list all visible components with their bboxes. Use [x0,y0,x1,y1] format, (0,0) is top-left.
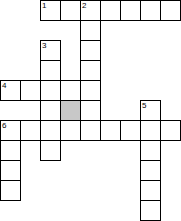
crossword-cell[interactable] [20,120,41,141]
crossword-cell[interactable] [80,80,101,101]
crossword-cell[interactable]: 2 [80,0,101,21]
clue-number: 2 [82,1,86,10]
crossword-cell[interactable] [40,60,61,81]
clue-number: 3 [42,41,46,50]
crossword-cell[interactable] [40,80,61,101]
crossword-cell[interactable] [40,100,61,121]
crossword-grid: 123456 [0,0,181,221]
crossword-cell[interactable] [120,120,141,141]
crossword-cell[interactable] [140,180,161,201]
crossword-cell[interactable] [60,80,81,101]
crossword-cell[interactable] [120,0,141,21]
crossword-cell[interactable] [140,200,161,221]
crossword-cell[interactable] [0,160,21,181]
clue-number: 1 [42,1,46,10]
crossword-cell[interactable] [100,120,121,141]
crossword-cell[interactable] [160,120,181,141]
crossword-cell[interactable] [80,60,101,81]
crossword-cell[interactable] [160,0,181,21]
crossword-cell[interactable]: 4 [0,80,21,101]
crossword-cell[interactable]: 3 [40,40,61,61]
crossword-cell[interactable] [140,0,161,21]
crossword-cell-blocked [60,100,81,121]
clue-number: 4 [2,81,6,90]
crossword-cell[interactable] [80,40,101,61]
crossword-cell[interactable] [80,100,101,121]
crossword-cell[interactable] [0,140,21,161]
crossword-cell[interactable] [140,140,161,161]
crossword-cell[interactable] [100,0,121,21]
crossword-cell[interactable] [60,0,81,21]
crossword-cell[interactable]: 1 [40,0,61,21]
crossword-cell[interactable] [0,180,21,201]
crossword-cell[interactable] [20,80,41,101]
clue-number: 5 [142,101,146,110]
crossword-cell[interactable]: 5 [140,100,161,121]
crossword-cell[interactable] [140,160,161,181]
crossword-cell[interactable] [80,20,101,41]
crossword-cell[interactable] [80,120,101,141]
crossword-cell[interactable] [40,140,61,161]
crossword-cell[interactable]: 6 [0,120,21,141]
clue-number: 6 [2,121,6,130]
crossword-cell[interactable] [40,120,61,141]
crossword-cell[interactable] [140,120,161,141]
crossword-cell[interactable] [60,120,81,141]
